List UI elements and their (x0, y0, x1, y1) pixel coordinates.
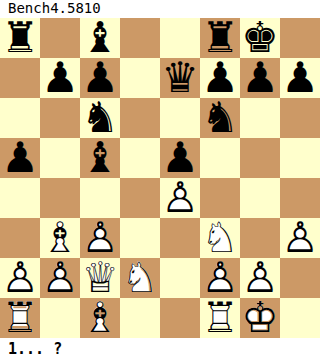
square-h7[interactable]: ♟ (280, 58, 320, 98)
black-knight[interactable]: ♞ (200, 98, 240, 138)
white-pawn-outline: ♙ (280, 218, 320, 258)
square-b4[interactable] (40, 178, 80, 218)
square-g8[interactable]: ♚ (240, 18, 280, 58)
black-rook-glyph: ♜ (0, 18, 40, 58)
square-d5[interactable] (120, 138, 160, 178)
square-c2[interactable]: ♛♕ (80, 258, 120, 298)
square-c4[interactable] (80, 178, 120, 218)
square-h1[interactable] (280, 298, 320, 338)
square-e5[interactable]: ♟ (160, 138, 200, 178)
square-f3[interactable]: ♞♘ (200, 218, 240, 258)
white-pawn-outline: ♙ (40, 258, 80, 298)
square-f8[interactable]: ♜ (200, 18, 240, 58)
black-pawn[interactable]: ♟ (40, 58, 80, 98)
square-a7[interactable] (0, 58, 40, 98)
square-d6[interactable] (120, 98, 160, 138)
white-queen-outline: ♕ (80, 258, 120, 298)
white-knight-outline: ♘ (200, 218, 240, 258)
square-a8[interactable]: ♜ (0, 18, 40, 58)
black-bishop[interactable]: ♝ (80, 138, 120, 178)
black-pawn-glyph: ♟ (280, 58, 320, 98)
black-knight[interactable]: ♞ (80, 98, 120, 138)
white-king[interactable]: ♚♔ (240, 298, 280, 338)
square-d8[interactable] (120, 18, 160, 58)
square-b1[interactable] (40, 298, 80, 338)
white-bishop-outline: ♗ (80, 298, 120, 338)
white-pawn[interactable]: ♟♙ (280, 218, 320, 258)
square-f4[interactable] (200, 178, 240, 218)
white-pawn-outline: ♙ (80, 218, 120, 258)
black-pawn[interactable]: ♟ (280, 58, 320, 98)
square-h8[interactable] (280, 18, 320, 58)
square-g1[interactable]: ♚♔ (240, 298, 280, 338)
white-pawn-outline: ♙ (200, 258, 240, 298)
square-f5[interactable] (200, 138, 240, 178)
square-e7[interactable]: ♛ (160, 58, 200, 98)
black-pawn[interactable]: ♟ (240, 58, 280, 98)
black-pawn-glyph: ♟ (0, 138, 40, 178)
black-bishop-glyph: ♝ (80, 138, 120, 178)
black-pawn[interactable]: ♟ (80, 58, 120, 98)
black-queen-glyph: ♛ (160, 58, 200, 98)
chess-board: ♜♝♜♚♟♟♛♟♟♟♞♞♟♝♟♟♙♝♗♟♙♞♘♟♙♟♙♟♙♛♕♞♘♟♙♟♙♜♖♝… (0, 18, 320, 338)
square-d1[interactable] (120, 298, 160, 338)
white-rook[interactable]: ♜♖ (0, 298, 40, 338)
black-pawn-glyph: ♟ (240, 58, 280, 98)
square-b3[interactable]: ♝♗ (40, 218, 80, 258)
white-pawn[interactable]: ♟♙ (200, 258, 240, 298)
square-c1[interactable]: ♝♗ (80, 298, 120, 338)
square-h3[interactable]: ♟♙ (280, 218, 320, 258)
square-b8[interactable] (40, 18, 80, 58)
square-d2[interactable]: ♞♘ (120, 258, 160, 298)
white-bishop-outline: ♗ (40, 218, 80, 258)
black-king-glyph: ♚ (240, 18, 280, 58)
square-h4[interactable] (280, 178, 320, 218)
black-bishop-glyph: ♝ (80, 18, 120, 58)
chess-window: Bench4.5810 ♜♝♜♚♟♟♛♟♟♟♞♞♟♝♟♟♙♝♗♟♙♞♘♟♙♟♙♟… (0, 0, 320, 360)
square-c8[interactable]: ♝ (80, 18, 120, 58)
square-c3[interactable]: ♟♙ (80, 218, 120, 258)
square-g7[interactable]: ♟ (240, 58, 280, 98)
square-a2[interactable]: ♟♙ (0, 258, 40, 298)
square-e4[interactable]: ♟♙ (160, 178, 200, 218)
square-f2[interactable]: ♟♙ (200, 258, 240, 298)
white-pawn[interactable]: ♟♙ (80, 218, 120, 258)
black-rook-glyph: ♜ (200, 18, 240, 58)
square-e6[interactable] (160, 98, 200, 138)
square-a6[interactable] (0, 98, 40, 138)
white-rook-outline: ♖ (0, 298, 40, 338)
square-f1[interactable]: ♜♖ (200, 298, 240, 338)
square-d4[interactable] (120, 178, 160, 218)
white-knight[interactable]: ♞♘ (200, 218, 240, 258)
black-pawn[interactable]: ♟ (160, 138, 200, 178)
square-e8[interactable] (160, 18, 200, 58)
square-b5[interactable] (40, 138, 80, 178)
square-c7[interactable]: ♟ (80, 58, 120, 98)
square-g4[interactable] (240, 178, 280, 218)
square-e2[interactable] (160, 258, 200, 298)
square-a1[interactable]: ♜♖ (0, 298, 40, 338)
white-pawn-outline: ♙ (240, 258, 280, 298)
square-a3[interactable] (0, 218, 40, 258)
white-pawn-outline: ♙ (160, 178, 200, 218)
black-queen[interactable]: ♛ (160, 58, 200, 98)
black-knight-glyph: ♞ (200, 98, 240, 138)
square-h2[interactable] (280, 258, 320, 298)
square-a4[interactable] (0, 178, 40, 218)
square-e3[interactable] (160, 218, 200, 258)
black-pawn-glyph: ♟ (160, 138, 200, 178)
black-bishop[interactable]: ♝ (80, 18, 120, 58)
square-a5[interactable]: ♟ (0, 138, 40, 178)
square-d7[interactable] (120, 58, 160, 98)
black-pawn-glyph: ♟ (200, 58, 240, 98)
black-pawn-glyph: ♟ (40, 58, 80, 98)
square-g5[interactable] (240, 138, 280, 178)
square-g2[interactable]: ♟♙ (240, 258, 280, 298)
square-c6[interactable]: ♞ (80, 98, 120, 138)
square-f7[interactable]: ♟ (200, 58, 240, 98)
white-pawn-outline: ♙ (0, 258, 40, 298)
white-rook[interactable]: ♜♖ (200, 298, 240, 338)
square-b6[interactable] (40, 98, 80, 138)
black-rook[interactable]: ♜ (200, 18, 240, 58)
white-pawn[interactable]: ♟♙ (0, 258, 40, 298)
square-d3[interactable] (120, 218, 160, 258)
white-pawn[interactable]: ♟♙ (240, 258, 280, 298)
square-e1[interactable] (160, 298, 200, 338)
white-queen[interactable]: ♛♕ (80, 258, 120, 298)
square-b2[interactable]: ♟♙ (40, 258, 80, 298)
square-b7[interactable]: ♟ (40, 58, 80, 98)
square-h6[interactable] (280, 98, 320, 138)
square-h5[interactable] (280, 138, 320, 178)
black-pawn[interactable]: ♟ (200, 58, 240, 98)
white-knight[interactable]: ♞♘ (120, 258, 160, 298)
white-pawn[interactable]: ♟♙ (160, 178, 200, 218)
black-king[interactable]: ♚ (240, 18, 280, 58)
square-g6[interactable] (240, 98, 280, 138)
white-bishop[interactable]: ♝♗ (40, 218, 80, 258)
white-pawn[interactable]: ♟♙ (40, 258, 80, 298)
white-rook-outline: ♖ (200, 298, 240, 338)
black-pawn[interactable]: ♟ (0, 138, 40, 178)
white-bishop[interactable]: ♝♗ (80, 298, 120, 338)
square-c5[interactable]: ♝ (80, 138, 120, 178)
square-f6[interactable]: ♞ (200, 98, 240, 138)
black-rook[interactable]: ♜ (0, 18, 40, 58)
black-pawn-glyph: ♟ (80, 58, 120, 98)
black-knight-glyph: ♞ (80, 98, 120, 138)
square-g3[interactable] (240, 218, 280, 258)
white-king-outline: ♔ (240, 298, 280, 338)
white-knight-outline: ♘ (120, 258, 160, 298)
